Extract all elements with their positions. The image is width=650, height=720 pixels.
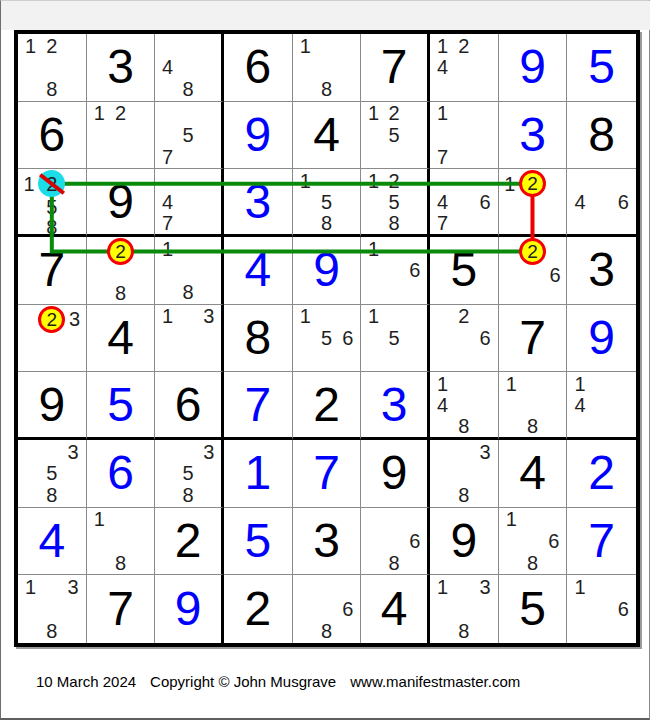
cell-r1c7[interactable]: 124 xyxy=(430,34,499,102)
cand-pos xyxy=(295,78,316,100)
cell-r6c8[interactable]: 18 xyxy=(499,372,568,440)
cell-r7c1[interactable]: 358 xyxy=(18,440,87,508)
cand-pos xyxy=(38,351,65,370)
cand-pos xyxy=(295,576,316,598)
cand-pos xyxy=(89,265,107,283)
cand-pos xyxy=(474,35,495,57)
cell-r5c5[interactable]: 156 xyxy=(293,305,362,373)
candidate-1: 1 xyxy=(300,306,311,326)
cell-r4c4[interactable]: 4 xyxy=(224,237,293,305)
cand-pos xyxy=(157,35,178,57)
cand-pos xyxy=(474,78,495,100)
cand-pos xyxy=(198,281,219,303)
cell-r8c7[interactable]: 9 xyxy=(430,508,499,576)
cand-pos xyxy=(41,441,62,463)
cell-r6c9[interactable]: 14 xyxy=(567,372,636,440)
cand-pos: 4 xyxy=(432,394,453,415)
candidate-8: 8 xyxy=(389,213,400,233)
cell-r3c7[interactable]: 467 xyxy=(430,169,499,237)
cand-pos xyxy=(198,349,219,371)
cell-r4c1[interactable]: 7 xyxy=(18,237,87,305)
cand-pos xyxy=(363,530,384,552)
cell-r7c7[interactable]: 38 xyxy=(430,440,499,508)
given-digit: 2 xyxy=(313,381,340,429)
cand-pos: 1 xyxy=(432,103,453,125)
candidate-3: 3 xyxy=(67,442,78,462)
cell-r7c5[interactable]: 7 xyxy=(293,440,362,508)
candidate-1: 1 xyxy=(368,171,379,191)
cell-r5c3[interactable]: 13 xyxy=(155,305,224,373)
cand-pos xyxy=(404,238,425,260)
cell-r9c4[interactable]: 2 xyxy=(224,575,293,643)
cand-pos: 1 xyxy=(363,306,384,328)
cand-pos xyxy=(543,394,564,415)
cand-pos: 5 xyxy=(384,124,405,146)
cand-pos xyxy=(453,124,474,146)
candidate-8: 8 xyxy=(321,621,332,641)
solved-digit: 7 xyxy=(244,381,271,429)
cand-pos: 5 xyxy=(384,191,405,212)
pencil-marks: 138 xyxy=(430,575,498,643)
cell-r1c8[interactable]: 9 xyxy=(499,34,568,102)
cand-pos xyxy=(522,509,543,531)
candidate-8: 8 xyxy=(46,485,57,505)
cand-pos xyxy=(337,170,358,191)
cand-pos: 2 xyxy=(107,238,134,265)
candidate-7: 7 xyxy=(437,213,448,233)
cell-r7c9[interactable]: 2 xyxy=(567,440,636,508)
cand-pos: 4 xyxy=(157,57,178,79)
cand-pos xyxy=(337,57,358,79)
given-digit: 9 xyxy=(107,178,134,226)
pencil-marks: 14 xyxy=(567,372,636,437)
given-digit: 4 xyxy=(381,585,408,633)
cand-pos xyxy=(20,598,41,620)
solved-digit: 5 xyxy=(244,517,271,565)
cand-pos xyxy=(384,349,405,371)
cand-pos xyxy=(110,124,131,146)
cand-pos xyxy=(591,598,613,620)
candidate-8: 8 xyxy=(458,416,469,436)
cand-pos: 6 xyxy=(337,598,358,620)
cand-pos: 8 xyxy=(41,620,62,642)
cell-r2c8[interactable]: 3 xyxy=(499,102,568,170)
cand-pos xyxy=(65,197,83,217)
cell-r6c1[interactable]: 9 xyxy=(18,372,87,440)
cand-pos: 2 xyxy=(38,306,65,333)
cand-pos xyxy=(453,598,474,620)
cell-r3c1[interactable]: 1258 xyxy=(18,169,87,237)
cand-pos xyxy=(295,57,316,79)
cell-r9c9[interactable]: 16 xyxy=(567,575,636,643)
pencil-marks: 168 xyxy=(499,508,567,575)
cand-pos xyxy=(432,620,453,642)
cell-r2c4[interactable]: 9 xyxy=(224,102,293,170)
candidate-6: 6 xyxy=(479,192,490,212)
cand-pos: 3 xyxy=(62,576,83,598)
cell-r5c8[interactable]: 7 xyxy=(499,305,568,373)
cand-pos: 8 xyxy=(316,212,337,233)
candidate-2: 2 xyxy=(46,36,57,56)
solved-digit: 3 xyxy=(244,178,271,226)
pencil-marks: 12 xyxy=(499,169,567,234)
cell-r9c6[interactable]: 4 xyxy=(361,575,430,643)
cand-pos: 8 xyxy=(107,283,134,303)
pencil-marks: 17 xyxy=(430,102,498,169)
candidate-6: 6 xyxy=(618,599,629,619)
cand-pos: 6 xyxy=(546,265,564,285)
cand-pos xyxy=(543,552,564,574)
candidate-4: 4 xyxy=(162,192,173,212)
candidate-3: 3 xyxy=(479,577,490,597)
cand-pos xyxy=(363,146,384,168)
cand-pos xyxy=(384,146,405,168)
cand-pos xyxy=(612,170,634,191)
candidate-1: 1 xyxy=(368,103,379,123)
cell-r9c8[interactable]: 5 xyxy=(499,575,568,643)
cand-pos xyxy=(198,327,219,349)
given-digit: 4 xyxy=(519,449,546,497)
cell-r6c7[interactable]: 148 xyxy=(430,372,499,440)
candidate-6: 6 xyxy=(479,328,490,348)
pencil-marks: 15 xyxy=(361,305,427,372)
footer-date: 10 March 2024 xyxy=(36,673,136,690)
given-digit: 6 xyxy=(38,111,65,159)
candidate-5: 5 xyxy=(389,125,400,145)
cell-r5c7[interactable]: 26 xyxy=(430,305,499,373)
cand-pos xyxy=(131,124,152,146)
cand-pos xyxy=(178,57,199,79)
cell-r1c2[interactable]: 3 xyxy=(87,34,156,102)
candidate-8: 8 xyxy=(183,485,194,505)
cell-r7c8[interactable]: 4 xyxy=(499,440,568,508)
cand-pos xyxy=(316,170,337,191)
cand-pos: 2 xyxy=(41,35,62,57)
candidate-7: 7 xyxy=(162,147,173,167)
cell-r3c5[interactable]: 158 xyxy=(293,169,362,237)
cand-pos xyxy=(474,212,495,233)
cand-pos xyxy=(453,349,474,371)
cell-r8c8[interactable]: 168 xyxy=(499,508,568,576)
cand-pos xyxy=(591,373,613,394)
cand-pos xyxy=(432,124,453,146)
cand-pos xyxy=(20,333,38,352)
cand-pos: 4 xyxy=(432,191,453,212)
cand-pos xyxy=(453,191,474,212)
cell-r8c2[interactable]: 18 xyxy=(87,508,156,576)
cand-pos xyxy=(62,484,83,506)
cand-pos xyxy=(432,598,453,620)
cand-pos xyxy=(316,35,337,57)
given-digit: 2 xyxy=(244,585,271,633)
cand-pos xyxy=(157,441,178,463)
cand-pos xyxy=(474,146,495,168)
cand-pos: 5 xyxy=(41,463,62,485)
cell-r6c5[interactable]: 2 xyxy=(293,372,362,440)
candidate-1: 1 xyxy=(94,103,105,123)
solved-digit: 4 xyxy=(244,246,271,294)
cell-r6c6[interactable]: 3 xyxy=(361,372,430,440)
cell-r4c6[interactable]: 16 xyxy=(361,237,430,305)
cand-pos xyxy=(198,238,219,260)
cand-pos xyxy=(41,57,62,79)
cell-r5c9[interactable]: 9 xyxy=(567,305,636,373)
candidate-4: 4 xyxy=(575,192,586,212)
cell-r7c6[interactable]: 9 xyxy=(361,440,430,508)
cand-pos xyxy=(157,124,178,146)
given-digit: 7 xyxy=(38,246,65,294)
cell-r7c4[interactable]: 1 xyxy=(224,440,293,508)
cell-r1c3[interactable]: 48 xyxy=(155,34,224,102)
cell-r8c9[interactable]: 7 xyxy=(567,508,636,576)
cell-r2c6[interactable]: 125 xyxy=(361,102,430,170)
candidate-1: 1 xyxy=(506,374,517,394)
cand-pos xyxy=(134,265,152,283)
cand-pos: 6 xyxy=(404,530,425,552)
cand-pos xyxy=(178,146,199,168)
cand-pos xyxy=(337,306,358,328)
cand-pos: 8 xyxy=(178,484,199,506)
cand-pos xyxy=(134,238,152,265)
cand-pos xyxy=(20,441,41,463)
cand-pos xyxy=(432,484,453,506)
candidate-1: 1 xyxy=(24,174,35,194)
cand-pos xyxy=(20,620,41,642)
cell-r8c6[interactable]: 68 xyxy=(361,508,430,576)
cell-r9c5[interactable]: 68 xyxy=(293,575,362,643)
cand-pos xyxy=(131,103,152,125)
cand-pos xyxy=(546,238,564,265)
cand-pos xyxy=(612,394,634,415)
cell-r2c1[interactable]: 6 xyxy=(18,102,87,170)
cand-pos xyxy=(178,441,199,463)
cell-r6c2[interactable]: 5 xyxy=(87,372,156,440)
cand-pos: 1 xyxy=(89,103,110,125)
solved-digit: 9 xyxy=(175,585,202,633)
cell-r1c5[interactable]: 18 xyxy=(293,34,362,102)
cand-pos: 6 xyxy=(543,530,564,552)
cell-r8c1[interactable]: 4 xyxy=(18,508,87,576)
cand-pos xyxy=(519,265,546,285)
cell-r6c4[interactable]: 7 xyxy=(224,372,293,440)
cand-pos xyxy=(157,281,178,303)
cell-r3c4[interactable]: 3 xyxy=(224,169,293,237)
cand-pos xyxy=(432,463,453,485)
candidate-7: 7 xyxy=(437,147,448,167)
given-digit: 3 xyxy=(107,43,134,91)
cell-r2c7[interactable]: 17 xyxy=(430,102,499,170)
cand-pos xyxy=(295,349,316,371)
cell-r3c2[interactable]: 9 xyxy=(87,169,156,237)
cand-pos: 1 xyxy=(501,373,522,394)
cand-pos xyxy=(543,415,564,436)
cand-pos xyxy=(316,598,337,620)
cand-pos xyxy=(474,373,495,394)
cand-pos xyxy=(20,197,38,217)
cand-pos xyxy=(295,620,316,642)
cand-pos xyxy=(89,124,110,146)
cand-pos xyxy=(62,78,83,100)
cell-r5c4[interactable]: 8 xyxy=(224,305,293,373)
cand-pos xyxy=(295,191,316,212)
candidate-1: 1 xyxy=(437,103,448,123)
cell-r3c3[interactable]: 47 xyxy=(155,169,224,237)
candidate-5: 5 xyxy=(46,197,57,217)
cand-pos xyxy=(519,197,546,215)
cell-r2c5[interactable]: 4 xyxy=(293,102,362,170)
cell-r4c9[interactable]: 3 xyxy=(567,237,636,305)
cand-pos: 7 xyxy=(432,212,453,233)
candidate-8: 8 xyxy=(183,282,194,302)
cell-r2c9[interactable]: 8 xyxy=(567,102,636,170)
cand-pos: 8 xyxy=(522,415,543,436)
cell-r4c3[interactable]: 18 xyxy=(155,237,224,305)
cell-r9c3[interactable]: 9 xyxy=(155,575,224,643)
cell-r9c1[interactable]: 138 xyxy=(18,575,87,643)
cand-pos: 3 xyxy=(62,441,83,463)
chain-candidate-2: 2 xyxy=(38,306,65,333)
cand-pos xyxy=(474,463,495,485)
cell-r4c5[interactable]: 9 xyxy=(293,237,362,305)
cand-pos: 6 xyxy=(474,327,495,349)
cell-r1c4[interactable]: 6 xyxy=(224,34,293,102)
candidate-1: 1 xyxy=(25,577,36,597)
cand-pos: 7 xyxy=(432,146,453,168)
cell-r9c7[interactable]: 138 xyxy=(430,575,499,643)
solved-digit: 1 xyxy=(244,449,271,497)
cell-r7c2[interactable]: 6 xyxy=(87,440,156,508)
cand-pos: 8 xyxy=(41,78,62,100)
cand-pos xyxy=(591,170,613,191)
cand-pos xyxy=(363,281,384,303)
pencil-marks: 124 xyxy=(430,34,498,101)
cand-pos: 3 xyxy=(198,306,219,328)
solved-digit: 3 xyxy=(519,111,546,159)
candidate-2: 2 xyxy=(458,36,469,56)
candidate-8: 8 xyxy=(458,621,469,641)
cand-pos xyxy=(178,35,199,57)
cand-pos xyxy=(474,620,495,642)
cell-r3c9[interactable]: 46 xyxy=(567,169,636,237)
cand-pos xyxy=(474,484,495,506)
cand-pos xyxy=(432,78,453,100)
pencil-marks: 26 xyxy=(499,237,567,304)
cand-pos xyxy=(432,306,453,328)
pencil-marks: 23 xyxy=(18,305,86,372)
given-digit: 9 xyxy=(38,381,65,429)
cand-pos: 1 xyxy=(20,170,38,197)
cell-r8c5[interactable]: 3 xyxy=(293,508,362,576)
cell-r1c1[interactable]: 128 xyxy=(18,34,87,102)
cell-r5c1[interactable]: 23 xyxy=(18,305,87,373)
pencil-marks: 18 xyxy=(87,508,155,575)
cand-pos xyxy=(363,124,384,146)
pencil-marks: 358 xyxy=(155,440,221,507)
cell-r4c8[interactable]: 26 xyxy=(499,237,568,305)
cell-r4c2[interactable]: 28 xyxy=(87,237,156,305)
cell-r6c3[interactable]: 6 xyxy=(155,372,224,440)
cand-pos xyxy=(62,598,83,620)
candidate-1: 1 xyxy=(506,509,517,529)
cand-pos: 8 xyxy=(453,484,474,506)
cell-r4c7[interactable]: 5 xyxy=(430,237,499,305)
cand-pos xyxy=(384,260,405,282)
pencil-marks: 156 xyxy=(293,305,361,372)
candidate-8: 8 xyxy=(321,79,332,99)
cand-pos xyxy=(198,170,219,191)
cand-pos: 3 xyxy=(198,441,219,463)
candidate-8: 8 xyxy=(527,416,538,436)
cand-pos xyxy=(591,394,613,415)
cand-pos xyxy=(337,576,358,598)
cell-r2c3[interactable]: 57 xyxy=(155,102,224,170)
cell-r1c9[interactable]: 5 xyxy=(567,34,636,102)
cand-pos xyxy=(198,103,219,125)
cand-pos xyxy=(404,146,425,168)
cand-pos: 2 xyxy=(519,170,546,197)
cell-r2c2[interactable]: 12 xyxy=(87,102,156,170)
candidate-8: 8 xyxy=(115,553,126,573)
cell-r8c4[interactable]: 5 xyxy=(224,508,293,576)
candidate-5: 5 xyxy=(46,463,57,483)
cand-pos xyxy=(131,509,152,531)
cand-pos: 3 xyxy=(474,441,495,463)
candidate-4: 4 xyxy=(162,57,173,77)
cand-pos xyxy=(178,260,199,282)
cand-pos: 5 xyxy=(316,191,337,212)
cand-pos: 4 xyxy=(569,191,591,212)
cand-pos: 1 xyxy=(363,238,384,260)
cand-pos xyxy=(474,306,495,328)
cell-r5c6[interactable]: 15 xyxy=(361,305,430,373)
cell-r3c6[interactable]: 1258 xyxy=(361,169,430,237)
cand-pos xyxy=(178,327,199,349)
sudoku-board: 1283486187124956125794125173812589473158… xyxy=(14,30,640,647)
cand-pos xyxy=(453,146,474,168)
cand-pos: 5 xyxy=(316,327,337,349)
cand-pos xyxy=(157,170,178,191)
pencil-marks: 68 xyxy=(293,575,361,643)
solved-digit: 6 xyxy=(107,449,134,497)
footer: 10 March 2024 Copyright © John Musgrave … xyxy=(36,673,520,690)
cell-r3c8[interactable]: 12 xyxy=(499,169,568,237)
cand-pos xyxy=(569,598,591,620)
cand-pos xyxy=(65,217,83,237)
cell-r7c3[interactable]: 358 xyxy=(155,440,224,508)
cand-pos xyxy=(501,285,519,303)
cand-pos xyxy=(404,552,425,574)
cand-pos xyxy=(453,103,474,125)
cand-pos xyxy=(41,598,62,620)
pencil-marks: 13 xyxy=(155,305,221,372)
cand-pos xyxy=(453,394,474,415)
given-digit: 4 xyxy=(313,111,340,159)
cell-r1c6[interactable]: 7 xyxy=(361,34,430,102)
cand-pos xyxy=(404,103,425,125)
cand-pos: 4 xyxy=(569,394,591,415)
cand-pos xyxy=(157,327,178,349)
cell-r5c2[interactable]: 4 xyxy=(87,305,156,373)
cell-r9c2[interactable]: 7 xyxy=(87,575,156,643)
cand-pos xyxy=(453,441,474,463)
cand-pos xyxy=(474,349,495,371)
candidate-4: 4 xyxy=(437,192,448,212)
cand-pos: 1 xyxy=(432,35,453,57)
cand-pos: 7 xyxy=(157,212,178,233)
solved-digit: 5 xyxy=(588,43,615,91)
cell-r8c3[interactable]: 2 xyxy=(155,508,224,576)
pencil-marks: 128 xyxy=(18,34,86,101)
